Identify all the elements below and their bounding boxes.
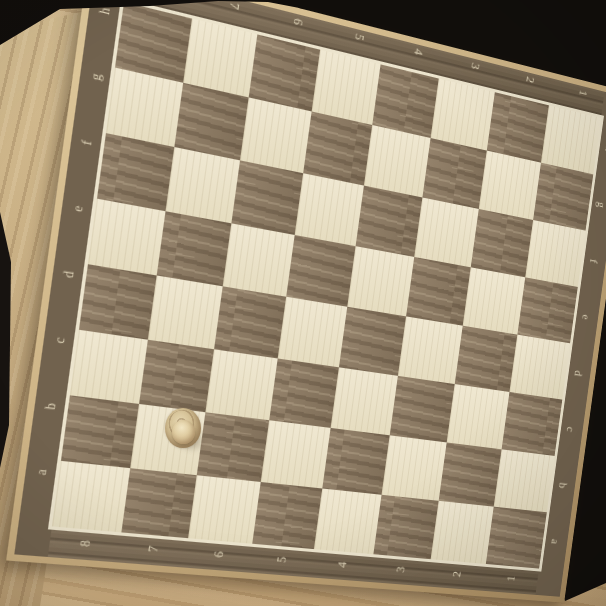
coord-label-bottom-7: 7 — [146, 545, 160, 552]
square-b3[interactable] — [382, 435, 447, 501]
square-f5[interactable] — [295, 173, 364, 246]
square-f4[interactable] — [356, 186, 423, 257]
square-f8[interactable] — [97, 133, 174, 211]
square-f2[interactable] — [471, 209, 533, 277]
square-a5[interactable] — [252, 482, 322, 549]
square-d4[interactable] — [339, 307, 406, 376]
square-c2[interactable] — [447, 384, 510, 449]
square-b4[interactable] — [322, 428, 389, 495]
square-e6[interactable] — [223, 223, 295, 296]
square-d5[interactable] — [278, 297, 348, 368]
square-a1[interactable] — [486, 507, 547, 569]
square-c8[interactable] — [70, 330, 148, 404]
white-pawn[interactable] — [164, 406, 202, 454]
square-g4[interactable] — [364, 125, 431, 197]
coord-label-right-a: a — [550, 539, 561, 545]
square-b8[interactable] — [61, 395, 139, 468]
square-d1[interactable] — [509, 335, 570, 400]
square-g1[interactable] — [533, 163, 593, 231]
pawn-head — [172, 420, 195, 444]
photo-stage: hhggffeeddccbbaa8877665544332211 — [0, 0, 606, 606]
square-b5[interactable] — [261, 420, 331, 488]
square-e5[interactable] — [286, 235, 355, 307]
square-c6[interactable] — [205, 349, 277, 420]
coord-label-bottom-5: 5 — [275, 556, 288, 563]
square-d6[interactable] — [214, 286, 286, 358]
coord-label-bottom-3: 3 — [394, 566, 406, 573]
square-d3[interactable] — [398, 316, 463, 384]
coord-label-bottom-4: 4 — [336, 561, 349, 568]
square-f7[interactable] — [166, 147, 241, 223]
square-c3[interactable] — [390, 376, 455, 443]
square-g3[interactable] — [422, 138, 486, 209]
square-e2[interactable] — [463, 267, 526, 334]
square-g2[interactable] — [479, 151, 541, 220]
square-c7[interactable] — [139, 340, 214, 413]
square-a6[interactable] — [188, 475, 261, 544]
square-a7[interactable] — [121, 468, 196, 538]
square-c5[interactable] — [269, 358, 339, 427]
square-a2[interactable] — [431, 501, 494, 564]
square-a8[interactable] — [52, 461, 130, 533]
coord-label-bottom-6: 6 — [212, 551, 226, 558]
coord-label-bottom-8: 8 — [78, 540, 93, 548]
square-d2[interactable] — [455, 326, 518, 392]
square-e3[interactable] — [406, 257, 471, 326]
square-b6[interactable] — [197, 412, 269, 482]
square-f1[interactable] — [525, 220, 585, 287]
square-e7[interactable] — [157, 211, 232, 286]
square-f6[interactable] — [231, 160, 303, 235]
square-d7[interactable] — [148, 275, 223, 349]
square-e1[interactable] — [517, 277, 577, 343]
square-f3[interactable] — [414, 197, 479, 267]
square-a4[interactable] — [314, 488, 382, 554]
square-c1[interactable] — [502, 392, 563, 456]
square-a3[interactable] — [373, 495, 438, 559]
square-b1[interactable] — [494, 449, 555, 512]
coord-label-bottom-1: 1 — [505, 575, 516, 582]
coord-label-bottom-2: 2 — [451, 571, 463, 578]
square-c4[interactable] — [331, 367, 398, 435]
square-b2[interactable] — [439, 442, 502, 506]
coord-label-right-b: b — [557, 482, 568, 489]
square-e8[interactable] — [88, 199, 166, 276]
square-d8[interactable] — [79, 264, 157, 340]
square-e4[interactable] — [347, 246, 414, 316]
